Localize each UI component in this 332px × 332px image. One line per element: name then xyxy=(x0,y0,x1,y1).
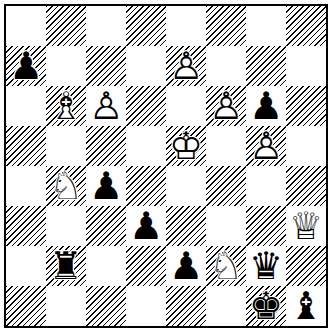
square-e7[interactable]: ♟♙ xyxy=(166,46,206,86)
square-e6[interactable] xyxy=(166,86,206,126)
square-b3[interactable] xyxy=(46,206,86,246)
square-b8[interactable] xyxy=(46,6,86,46)
white-bishop[interactable]: ♝♗ xyxy=(46,86,86,126)
board-grid: ♟♟♙♝♗♟♙♟♙♟♚♔♟♙♞♘♟♟♛♕♜♟♞♘♛♚♝ xyxy=(6,6,326,326)
square-h1[interactable]: ♝ xyxy=(286,286,326,326)
square-d1[interactable] xyxy=(126,286,166,326)
chess-board: ♟♟♙♝♗♟♙♟♙♟♚♔♟♙♞♘♟♟♛♕♜♟♞♘♛♚♝ xyxy=(0,0,332,332)
black-queen-glyph: ♛ xyxy=(246,246,286,286)
square-e8[interactable] xyxy=(166,6,206,46)
black-pawn-glyph: ♟ xyxy=(86,166,126,206)
square-d5[interactable] xyxy=(126,126,166,166)
black-pawn[interactable]: ♟ xyxy=(246,86,286,126)
white-bishop-glyph: ♗ xyxy=(46,86,86,126)
square-a2[interactable] xyxy=(6,246,46,286)
square-b6[interactable]: ♝♗ xyxy=(46,86,86,126)
black-bishop-glyph: ♝ xyxy=(286,286,326,326)
black-pawn-glyph: ♟ xyxy=(166,246,206,286)
square-e4[interactable] xyxy=(166,166,206,206)
square-h5[interactable] xyxy=(286,126,326,166)
square-d4[interactable] xyxy=(126,166,166,206)
white-knight-glyph: ♘ xyxy=(206,246,246,286)
square-d6[interactable] xyxy=(126,86,166,126)
black-pawn-glyph: ♟ xyxy=(6,46,46,86)
square-e3[interactable] xyxy=(166,206,206,246)
square-h7[interactable] xyxy=(286,46,326,86)
white-knight-glyph: ♘ xyxy=(46,166,86,206)
square-c7[interactable] xyxy=(86,46,126,86)
white-pawn-glyph: ♙ xyxy=(166,46,206,86)
square-g6[interactable]: ♟ xyxy=(246,86,286,126)
square-d2[interactable] xyxy=(126,246,166,286)
square-f1[interactable] xyxy=(206,286,246,326)
square-g3[interactable] xyxy=(246,206,286,246)
black-king-glyph: ♚ xyxy=(246,286,286,326)
square-a3[interactable] xyxy=(6,206,46,246)
square-e2[interactable]: ♟ xyxy=(166,246,206,286)
board-frame: ♟♟♙♝♗♟♙♟♙♟♚♔♟♙♞♘♟♟♛♕♜♟♞♘♛♚♝ xyxy=(4,4,328,328)
black-pawn[interactable]: ♟ xyxy=(86,166,126,206)
square-d7[interactable] xyxy=(126,46,166,86)
square-a8[interactable] xyxy=(6,6,46,46)
square-h6[interactable] xyxy=(286,86,326,126)
black-pawn-glyph: ♟ xyxy=(246,86,286,126)
square-c1[interactable] xyxy=(86,286,126,326)
square-h3[interactable]: ♛♕ xyxy=(286,206,326,246)
white-king-glyph: ♔ xyxy=(166,126,206,166)
square-a6[interactable] xyxy=(6,86,46,126)
square-a7[interactable]: ♟ xyxy=(6,46,46,86)
white-queen-glyph: ♕ xyxy=(286,206,326,246)
square-h2[interactable] xyxy=(286,246,326,286)
square-h8[interactable] xyxy=(286,6,326,46)
square-c2[interactable] xyxy=(86,246,126,286)
square-h4[interactable] xyxy=(286,166,326,206)
black-pawn-glyph: ♟ xyxy=(126,206,166,246)
black-bishop[interactable]: ♝ xyxy=(286,286,326,326)
white-pawn[interactable]: ♟♙ xyxy=(86,86,126,126)
square-c8[interactable] xyxy=(86,6,126,46)
white-knight[interactable]: ♞♘ xyxy=(46,166,86,206)
square-f7[interactable] xyxy=(206,46,246,86)
square-g1[interactable]: ♚ xyxy=(246,286,286,326)
square-c4[interactable]: ♟ xyxy=(86,166,126,206)
black-pawn[interactable]: ♟ xyxy=(6,46,46,86)
square-f3[interactable] xyxy=(206,206,246,246)
square-b2[interactable]: ♜ xyxy=(46,246,86,286)
square-a4[interactable] xyxy=(6,166,46,206)
white-knight[interactable]: ♞♘ xyxy=(206,246,246,286)
square-d3[interactable]: ♟ xyxy=(126,206,166,246)
square-f2[interactable]: ♞♘ xyxy=(206,246,246,286)
white-pawn-glyph: ♙ xyxy=(86,86,126,126)
white-pawn-glyph: ♙ xyxy=(246,126,286,166)
white-pawn[interactable]: ♟♙ xyxy=(166,46,206,86)
square-f8[interactable] xyxy=(206,6,246,46)
square-g8[interactable] xyxy=(246,6,286,46)
square-f5[interactable] xyxy=(206,126,246,166)
black-pawn[interactable]: ♟ xyxy=(126,206,166,246)
square-c3[interactable] xyxy=(86,206,126,246)
square-e1[interactable] xyxy=(166,286,206,326)
square-c6[interactable]: ♟♙ xyxy=(86,86,126,126)
white-pawn[interactable]: ♟♙ xyxy=(246,126,286,166)
square-f4[interactable] xyxy=(206,166,246,206)
square-c5[interactable] xyxy=(86,126,126,166)
square-a5[interactable] xyxy=(6,126,46,166)
square-g7[interactable] xyxy=(246,46,286,86)
square-b7[interactable] xyxy=(46,46,86,86)
square-g5[interactable]: ♟♙ xyxy=(246,126,286,166)
black-pawn[interactable]: ♟ xyxy=(166,246,206,286)
white-queen[interactable]: ♛♕ xyxy=(286,206,326,246)
white-king[interactable]: ♚♔ xyxy=(166,126,206,166)
square-a1[interactable] xyxy=(6,286,46,326)
square-e5[interactable]: ♚♔ xyxy=(166,126,206,166)
black-rook[interactable]: ♜ xyxy=(46,246,86,286)
black-queen[interactable]: ♛ xyxy=(246,246,286,286)
square-b4[interactable]: ♞♘ xyxy=(46,166,86,206)
white-pawn-glyph: ♙ xyxy=(206,86,246,126)
white-pawn[interactable]: ♟♙ xyxy=(206,86,246,126)
square-d8[interactable] xyxy=(126,6,166,46)
square-b1[interactable] xyxy=(46,286,86,326)
black-rook-glyph: ♜ xyxy=(46,246,86,286)
square-g4[interactable] xyxy=(246,166,286,206)
square-f6[interactable]: ♟♙ xyxy=(206,86,246,126)
square-b5[interactable] xyxy=(46,126,86,166)
black-king[interactable]: ♚ xyxy=(246,286,286,326)
square-g2[interactable]: ♛ xyxy=(246,246,286,286)
